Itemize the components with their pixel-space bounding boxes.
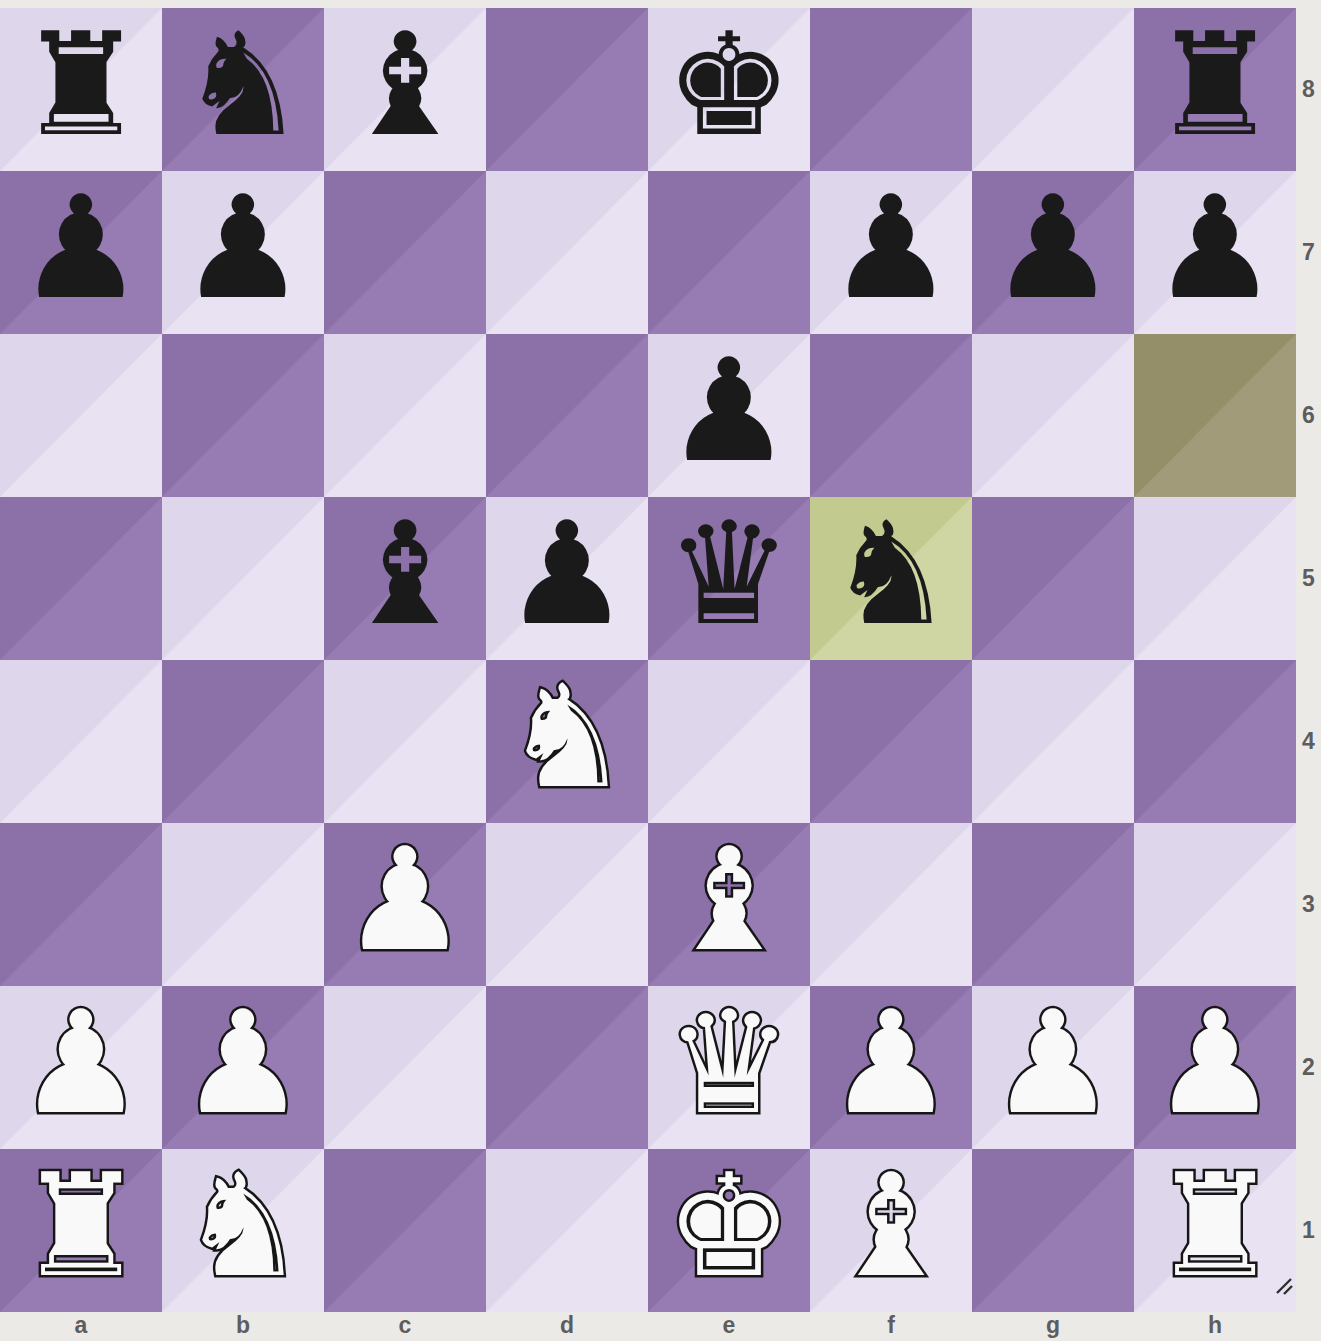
square-d7[interactable] [486, 171, 648, 334]
rank-label-3: 3 [1296, 823, 1321, 986]
black-king[interactable]: ♚ [665, 14, 792, 156]
square-f4[interactable] [810, 660, 972, 823]
square-d3[interactable] [486, 823, 648, 986]
square-e3[interactable]: ♝ [648, 823, 810, 986]
square-a5[interactable] [0, 497, 162, 660]
square-b2[interactable]: ♟ [162, 986, 324, 1149]
square-c7[interactable] [324, 171, 486, 334]
white-pawn[interactable]: ♟ [341, 829, 468, 971]
white-king[interactable]: ♚ [665, 1155, 792, 1297]
square-e1[interactable]: ♚ [648, 1149, 810, 1312]
square-f2[interactable]: ♟ [810, 986, 972, 1149]
file-label-e: e [648, 1312, 810, 1341]
square-h5[interactable] [1134, 497, 1296, 660]
square-h6[interactable] [1134, 334, 1296, 497]
black-pawn[interactable]: ♟ [827, 177, 954, 319]
rank-label-1: 1 [1296, 1149, 1321, 1312]
square-d6[interactable] [486, 334, 648, 497]
resize-diagonal-lines-icon [1272, 1274, 1296, 1298]
square-c1[interactable] [324, 1149, 486, 1312]
square-c2[interactable] [324, 986, 486, 1149]
file-label-h: h [1134, 1312, 1296, 1341]
board-area: ♜♞♝♚♜♟♟♟♟♟♟♝♟♛♞♞♟♝♟♟♛♟♟♟♜♞♚♝♜ [0, 8, 1296, 1312]
square-f1[interactable]: ♝ [810, 1149, 972, 1312]
file-label-f: f [810, 1312, 972, 1341]
chess-board: ♜♞♝♚♜♟♟♟♟♟♟♝♟♛♞♞♟♝♟♟♛♟♟♟♜♞♚♝♜ [0, 8, 1296, 1312]
white-pawn[interactable]: ♟ [17, 992, 144, 1134]
black-pawn[interactable]: ♟ [17, 177, 144, 319]
white-rook[interactable]: ♜ [1151, 1155, 1278, 1297]
rank-label-7: 7 [1296, 171, 1321, 334]
square-e5[interactable]: ♛ [648, 497, 810, 660]
rank-labels: 87654321 [1296, 8, 1321, 1312]
square-e4[interactable] [648, 660, 810, 823]
file-labels: abcdefgh [0, 1312, 1296, 1341]
square-c5[interactable]: ♝ [324, 497, 486, 660]
white-knight[interactable]: ♞ [503, 666, 630, 808]
square-d4[interactable]: ♞ [486, 660, 648, 823]
square-d5[interactable]: ♟ [486, 497, 648, 660]
square-a6[interactable] [0, 334, 162, 497]
square-b6[interactable] [162, 334, 324, 497]
file-label-d: d [486, 1312, 648, 1341]
square-d2[interactable] [486, 986, 648, 1149]
square-c8[interactable]: ♝ [324, 8, 486, 171]
file-label-b: b [162, 1312, 324, 1341]
white-rook[interactable]: ♜ [17, 1155, 144, 1297]
square-a3[interactable] [0, 823, 162, 986]
black-pawn[interactable]: ♟ [989, 177, 1116, 319]
square-h7[interactable]: ♟ [1134, 171, 1296, 334]
square-b3[interactable] [162, 823, 324, 986]
square-g8[interactable] [972, 8, 1134, 171]
square-c3[interactable]: ♟ [324, 823, 486, 986]
square-a8[interactable]: ♜ [0, 8, 162, 171]
rank-label-2: 2 [1296, 986, 1321, 1149]
file-label-c: c [324, 1312, 486, 1341]
white-pawn[interactable]: ♟ [989, 992, 1116, 1134]
white-bishop[interactable]: ♝ [827, 1155, 954, 1297]
white-pawn[interactable]: ♟ [1151, 992, 1278, 1134]
square-g2[interactable]: ♟ [972, 986, 1134, 1149]
rank-label-4: 4 [1296, 660, 1321, 823]
rank-label-8: 8 [1296, 8, 1321, 171]
board-resize-handle[interactable] [1272, 1274, 1296, 1298]
square-f3[interactable] [810, 823, 972, 986]
black-pawn[interactable]: ♟ [179, 177, 306, 319]
black-pawn[interactable]: ♟ [503, 503, 630, 645]
square-f5[interactable]: ♞ [810, 497, 972, 660]
black-knight[interactable]: ♞ [179, 14, 306, 156]
square-g1[interactable] [972, 1149, 1134, 1312]
square-b8[interactable]: ♞ [162, 8, 324, 171]
black-pawn[interactable]: ♟ [665, 340, 792, 482]
white-queen[interactable]: ♛ [665, 992, 792, 1134]
file-label-g: g [972, 1312, 1134, 1341]
black-pawn[interactable]: ♟ [1151, 177, 1278, 319]
square-b1[interactable]: ♞ [162, 1149, 324, 1312]
square-h2[interactable]: ♟ [1134, 986, 1296, 1149]
square-c6[interactable] [324, 334, 486, 497]
square-f7[interactable]: ♟ [810, 171, 972, 334]
square-a1[interactable]: ♜ [0, 1149, 162, 1312]
black-knight[interactable]: ♞ [827, 503, 954, 645]
square-e2[interactable]: ♛ [648, 986, 810, 1149]
square-e7[interactable] [648, 171, 810, 334]
square-g4[interactable] [972, 660, 1134, 823]
white-knight[interactable]: ♞ [179, 1155, 306, 1297]
file-label-a: a [0, 1312, 162, 1341]
black-bishop[interactable]: ♝ [341, 503, 468, 645]
square-a7[interactable]: ♟ [0, 171, 162, 334]
square-g6[interactable] [972, 334, 1134, 497]
square-h4[interactable] [1134, 660, 1296, 823]
square-b5[interactable] [162, 497, 324, 660]
black-rook[interactable]: ♜ [17, 14, 144, 156]
square-h3[interactable] [1134, 823, 1296, 986]
rank-label-6: 6 [1296, 334, 1321, 497]
square-e8[interactable]: ♚ [648, 8, 810, 171]
white-pawn[interactable]: ♟ [179, 992, 306, 1134]
square-c4[interactable] [324, 660, 486, 823]
white-bishop[interactable]: ♝ [665, 829, 792, 971]
square-d8[interactable] [486, 8, 648, 171]
square-g3[interactable] [972, 823, 1134, 986]
square-e6[interactable]: ♟ [648, 334, 810, 497]
square-f8[interactable] [810, 8, 972, 171]
square-b4[interactable] [162, 660, 324, 823]
square-g5[interactable] [972, 497, 1134, 660]
black-rook[interactable]: ♜ [1151, 14, 1278, 156]
black-bishop[interactable]: ♝ [341, 14, 468, 156]
square-g7[interactable]: ♟ [972, 171, 1134, 334]
square-a4[interactable] [0, 660, 162, 823]
square-d1[interactable] [486, 1149, 648, 1312]
square-h8[interactable]: ♜ [1134, 8, 1296, 171]
rank-label-5: 5 [1296, 497, 1321, 660]
square-b7[interactable]: ♟ [162, 171, 324, 334]
square-f6[interactable] [810, 334, 972, 497]
white-pawn[interactable]: ♟ [827, 992, 954, 1134]
square-a2[interactable]: ♟ [0, 986, 162, 1149]
black-queen[interactable]: ♛ [665, 503, 792, 645]
